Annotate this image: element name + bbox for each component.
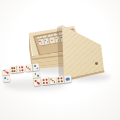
product-photo-stage	[0, 0, 120, 120]
pip	[7, 78, 9, 80]
tile-half	[16, 65, 24, 73]
pip	[37, 75, 39, 77]
pip	[53, 81, 55, 83]
pip	[76, 28, 78, 30]
domino-tile	[56, 75, 71, 83]
pip	[21, 69, 23, 71]
pip	[60, 77, 62, 79]
pip	[61, 80, 63, 82]
tile-half	[3, 74, 11, 81]
tile-half	[34, 78, 42, 86]
pip	[13, 67, 15, 69]
pip	[29, 69, 31, 71]
tile-half	[48, 77, 56, 85]
pip	[38, 83, 40, 85]
pip	[66, 77, 70, 81]
finger-hole	[95, 62, 99, 66]
domino-tile	[33, 71, 41, 86]
domino-tile	[9, 65, 24, 73]
pip	[36, 67, 38, 69]
pip	[34, 73, 36, 75]
tile-half	[63, 75, 71, 83]
pip	[45, 79, 47, 81]
pip	[46, 82, 48, 84]
pip	[14, 70, 16, 72]
pip	[21, 66, 23, 68]
